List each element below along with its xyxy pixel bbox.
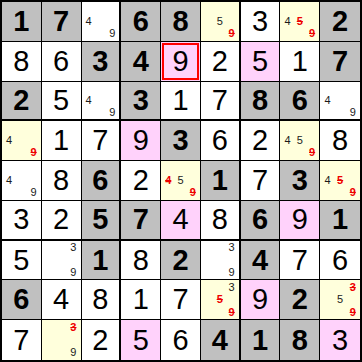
cell-r7c5[interactable]: 2	[161, 241, 201, 281]
cell-r1c4[interactable]: 6	[121, 2, 161, 42]
cell-r5c9[interactable]: 459	[320, 161, 360, 201]
cell-r2c9[interactable]: 7	[320, 42, 360, 82]
cell-r6c8[interactable]: 9	[280, 201, 320, 241]
given-digit: 7	[332, 47, 348, 76]
cell-r6c9[interactable]: 1	[320, 201, 360, 241]
candidate-grid: 459	[281, 3, 318, 40]
sudoku-board: 1749685934592863492517254931786494917936…	[0, 0, 362, 362]
candidate-9-eliminated: 9	[306, 28, 318, 40]
cell-r6c2[interactable]: 2	[42, 201, 82, 241]
cell-r3c3[interactable]: 49	[82, 82, 122, 122]
solved-digit: 3	[332, 326, 348, 355]
given-digit: 5	[92, 205, 108, 234]
candidate-3: 3	[226, 281, 238, 293]
candidate-9-eliminated: 9	[28, 147, 40, 159]
given-digit: 7	[53, 7, 69, 36]
solved-digit: 5	[133, 326, 149, 355]
solved-digit: 8	[212, 205, 228, 234]
candidate-grid: 459	[281, 122, 318, 159]
candidate-9: 9	[106, 28, 118, 40]
solved-digit: 7	[172, 285, 188, 314]
given-digit: 6	[13, 285, 29, 314]
candidate-9: 9	[28, 187, 40, 199]
cell-r7c8[interactable]: 7	[280, 241, 320, 281]
cell-r9c7[interactable]: 1	[241, 320, 281, 360]
given-digit: 3	[133, 86, 149, 115]
solved-digit: 8	[92, 285, 108, 314]
candidate-9: 9	[67, 266, 79, 278]
candidate-grid: 49	[3, 122, 40, 159]
candidate-grid: 39	[43, 321, 80, 359]
solved-digit: 6	[332, 246, 348, 275]
cell-r8c9[interactable]: 359	[320, 280, 360, 320]
candidate-9: 9	[67, 346, 79, 359]
solved-digit: 2	[53, 205, 69, 234]
cell-r7c6[interactable]: 39	[201, 241, 241, 281]
candidate-grid: 49	[3, 162, 40, 199]
candidate-4: 4	[83, 94, 95, 106]
cell-r4c7[interactable]: 2	[241, 121, 281, 161]
candidate-grid: 39	[43, 242, 80, 279]
cell-r3c9[interactable]: 49	[320, 82, 360, 122]
cell-r8c3[interactable]: 8	[82, 280, 122, 320]
solved-digit: 7	[92, 126, 108, 155]
candidate-9-eliminated: 9	[346, 306, 359, 318]
solved-digit: 1	[53, 126, 69, 155]
cell-r1c1[interactable]: 1	[2, 2, 42, 42]
cell-r3c7[interactable]: 8	[241, 82, 281, 122]
cell-r2c2[interactable]: 6	[42, 42, 82, 82]
cell-r8c8[interactable]: 2	[280, 280, 320, 320]
given-digit: 6	[292, 86, 308, 115]
given-digit: 1	[332, 205, 348, 234]
candidate-4: 4	[281, 15, 293, 27]
solved-digit: 9	[133, 126, 149, 155]
cell-r5c1[interactable]: 49	[2, 161, 42, 201]
given-digit: 1	[92, 246, 108, 275]
candidate-9-eliminated: 9	[226, 28, 238, 40]
cell-r4c6[interactable]: 6	[201, 121, 241, 161]
cell-r6c1[interactable]: 3	[2, 201, 42, 241]
cell-r7c2[interactable]: 39	[42, 241, 82, 281]
candidate-4: 4	[321, 174, 334, 186]
solved-digit: 7	[292, 246, 308, 275]
cell-r1c6[interactable]: 59	[201, 2, 241, 42]
solved-digit: 9	[172, 47, 188, 76]
cell-r2c6[interactable]: 2	[201, 42, 241, 82]
cell-r7c4[interactable]: 8	[121, 241, 161, 281]
cell-r3c4[interactable]: 3	[121, 82, 161, 122]
cell-r8c1[interactable]: 6	[2, 280, 42, 320]
given-digit: 6	[133, 7, 149, 36]
cell-r1c3[interactable]: 49	[82, 2, 122, 42]
candidate-5: 5	[334, 294, 347, 306]
candidate-5-eliminated: 5	[214, 294, 226, 306]
cell-r2c3[interactable]: 3	[82, 42, 122, 82]
cell-r2c5[interactable]: 9	[161, 42, 201, 82]
cell-r1c2[interactable]: 7	[42, 2, 82, 42]
candidate-9-eliminated: 9	[306, 147, 318, 159]
solved-digit: 8	[133, 246, 149, 275]
cell-r8c7[interactable]: 9	[241, 280, 281, 320]
candidate-5: 5	[174, 174, 186, 186]
solved-digit: 1	[133, 285, 149, 314]
candidate-grid: 49	[83, 83, 119, 119]
solved-digit: 2	[133, 166, 149, 195]
candidate-grid: 59	[202, 3, 238, 40]
given-digit: 8	[292, 326, 308, 355]
cell-r3c2[interactable]: 5	[42, 82, 82, 122]
cell-r7c3[interactable]: 1	[82, 241, 122, 281]
given-digit: 6	[92, 166, 108, 195]
cell-r4c1[interactable]: 49	[2, 121, 42, 161]
cell-r4c9[interactable]: 8	[320, 121, 360, 161]
cell-r8c6[interactable]: 359	[201, 280, 241, 320]
cell-r5c2[interactable]: 8	[42, 161, 82, 201]
cell-r8c5[interactable]: 7	[161, 280, 201, 320]
solved-digit: 6	[172, 326, 188, 355]
given-digit: 1	[212, 166, 228, 195]
cell-r5c6[interactable]: 1	[201, 161, 241, 201]
solved-digit: 8	[332, 126, 348, 155]
solved-digit: 2	[212, 47, 228, 76]
solved-digit: 6	[53, 47, 69, 76]
cell-r8c2[interactable]: 4	[42, 280, 82, 320]
solved-digit: 3	[252, 7, 268, 36]
solved-digit: 4	[172, 205, 188, 234]
solved-digit: 5	[252, 47, 268, 76]
cell-r5c5[interactable]: 459	[161, 161, 201, 201]
cell-r4c8[interactable]: 459	[280, 121, 320, 161]
cell-r6c6[interactable]: 8	[201, 201, 241, 241]
cell-r2c7[interactable]: 5	[241, 42, 281, 82]
given-digit: 4	[252, 246, 268, 275]
candidate-3: 3	[226, 242, 238, 254]
cell-r4c5[interactable]: 3	[161, 121, 201, 161]
given-digit: 3	[292, 166, 308, 195]
candidate-9-eliminated: 9	[187, 187, 199, 199]
cell-r1c8[interactable]: 459	[280, 2, 320, 42]
cell-r4c3[interactable]: 7	[82, 121, 122, 161]
solved-digit: 1	[172, 86, 188, 115]
cell-r2c8[interactable]: 1	[280, 42, 320, 82]
cell-r1c7[interactable]: 3	[241, 2, 281, 42]
candidate-grid: 49	[321, 83, 359, 119]
solved-digit: 7	[252, 166, 268, 195]
cell-r9c9[interactable]: 3	[320, 320, 360, 360]
solved-digit: 7	[13, 326, 29, 355]
solved-digit: 5	[53, 86, 69, 115]
candidate-9-eliminated: 9	[226, 306, 238, 318]
candidate-9: 9	[346, 106, 359, 118]
candidate-4-eliminated: 4	[162, 174, 174, 186]
cell-r7c1[interactable]: 5	[2, 241, 42, 281]
cell-r6c5[interactable]: 4	[161, 201, 201, 241]
solved-digit: 5	[13, 246, 29, 275]
cell-r7c9[interactable]: 6	[320, 241, 360, 281]
candidate-3-eliminated: 3	[346, 281, 359, 293]
candidate-4: 4	[321, 94, 334, 106]
cell-r7c7[interactable]: 4	[241, 241, 281, 281]
candidate-4: 4	[281, 135, 293, 147]
given-digit: 7	[133, 205, 149, 234]
given-digit: 4	[212, 326, 228, 355]
candidate-4: 4	[3, 135, 15, 147]
cell-r2c4[interactable]: 4	[121, 42, 161, 82]
cell-r3c1[interactable]: 2	[2, 82, 42, 122]
given-digit: 4	[133, 47, 149, 76]
cell-r9c5[interactable]: 6	[161, 320, 201, 360]
given-digit: 3	[172, 126, 188, 155]
candidate-grid: 39	[202, 242, 238, 279]
cell-r5c4[interactable]: 2	[121, 161, 161, 201]
candidate-5-eliminated: 5	[334, 174, 347, 186]
given-digit: 3	[92, 47, 108, 76]
cell-r9c8[interactable]: 8	[280, 320, 320, 360]
candidate-3: 3	[67, 242, 79, 254]
given-digit: 2	[292, 285, 308, 314]
candidate-5: 5	[214, 15, 226, 27]
cell-r9c6[interactable]: 4	[201, 320, 241, 360]
solved-digit: 8	[53, 166, 69, 195]
candidate-5: 5	[294, 135, 306, 147]
cell-r9c2[interactable]: 39	[42, 320, 82, 360]
given-digit: 6	[252, 205, 268, 234]
cell-r5c7[interactable]: 7	[241, 161, 281, 201]
candidate-4: 4	[3, 174, 15, 186]
cell-r1c9[interactable]: 2	[320, 2, 360, 42]
solved-digit: 9	[252, 285, 268, 314]
candidate-9-eliminated: 9	[346, 187, 359, 199]
given-digit: 2	[332, 7, 348, 36]
cell-r3c5[interactable]: 1	[161, 82, 201, 122]
cell-r1c5[interactable]: 8	[161, 2, 201, 42]
solved-digit: 7	[212, 86, 228, 115]
given-digit: 2	[172, 246, 188, 275]
solved-digit: 1	[292, 47, 308, 76]
candidate-grid: 459	[162, 162, 199, 199]
solved-digit: 6	[212, 126, 228, 155]
cell-r6c7[interactable]: 6	[241, 201, 281, 241]
cell-r4c4[interactable]: 9	[121, 121, 161, 161]
cell-r6c3[interactable]: 5	[82, 201, 122, 241]
cell-r4c2[interactable]: 1	[42, 121, 82, 161]
candidate-5-eliminated: 5	[294, 15, 306, 27]
given-digit: 1	[252, 326, 268, 355]
solved-digit: 9	[292, 205, 308, 234]
candidate-grid: 359	[321, 281, 359, 318]
cell-r9c1[interactable]: 7	[2, 320, 42, 360]
cell-r3c8[interactable]: 6	[280, 82, 320, 122]
cell-r5c8[interactable]: 3	[280, 161, 320, 201]
candidate-3-eliminated: 3	[67, 321, 79, 334]
solved-digit: 8	[13, 47, 29, 76]
solved-digit: 3	[13, 205, 29, 234]
given-digit: 8	[252, 86, 268, 115]
candidate-grid: 459	[321, 162, 359, 199]
candidate-9: 9	[226, 266, 238, 278]
solved-digit: 2	[252, 126, 268, 155]
solved-digit: 2	[92, 326, 108, 355]
given-digit: 2	[13, 86, 29, 115]
given-digit: 1	[13, 7, 29, 36]
given-digit: 8	[172, 7, 188, 36]
cell-r9c4[interactable]: 5	[121, 320, 161, 360]
cell-r3c6[interactable]: 7	[201, 82, 241, 122]
candidate-4: 4	[83, 15, 95, 27]
candidate-grid: 359	[202, 281, 238, 318]
solved-digit: 4	[53, 285, 69, 314]
cell-r8c4[interactable]: 1	[121, 280, 161, 320]
candidate-grid: 49	[83, 3, 119, 40]
candidate-9: 9	[106, 106, 118, 118]
cell-r9c3[interactable]: 2	[82, 320, 122, 360]
cell-r5c3[interactable]: 6	[82, 161, 122, 201]
cell-r2c1[interactable]: 8	[2, 42, 42, 82]
cell-r6c4[interactable]: 7	[121, 201, 161, 241]
